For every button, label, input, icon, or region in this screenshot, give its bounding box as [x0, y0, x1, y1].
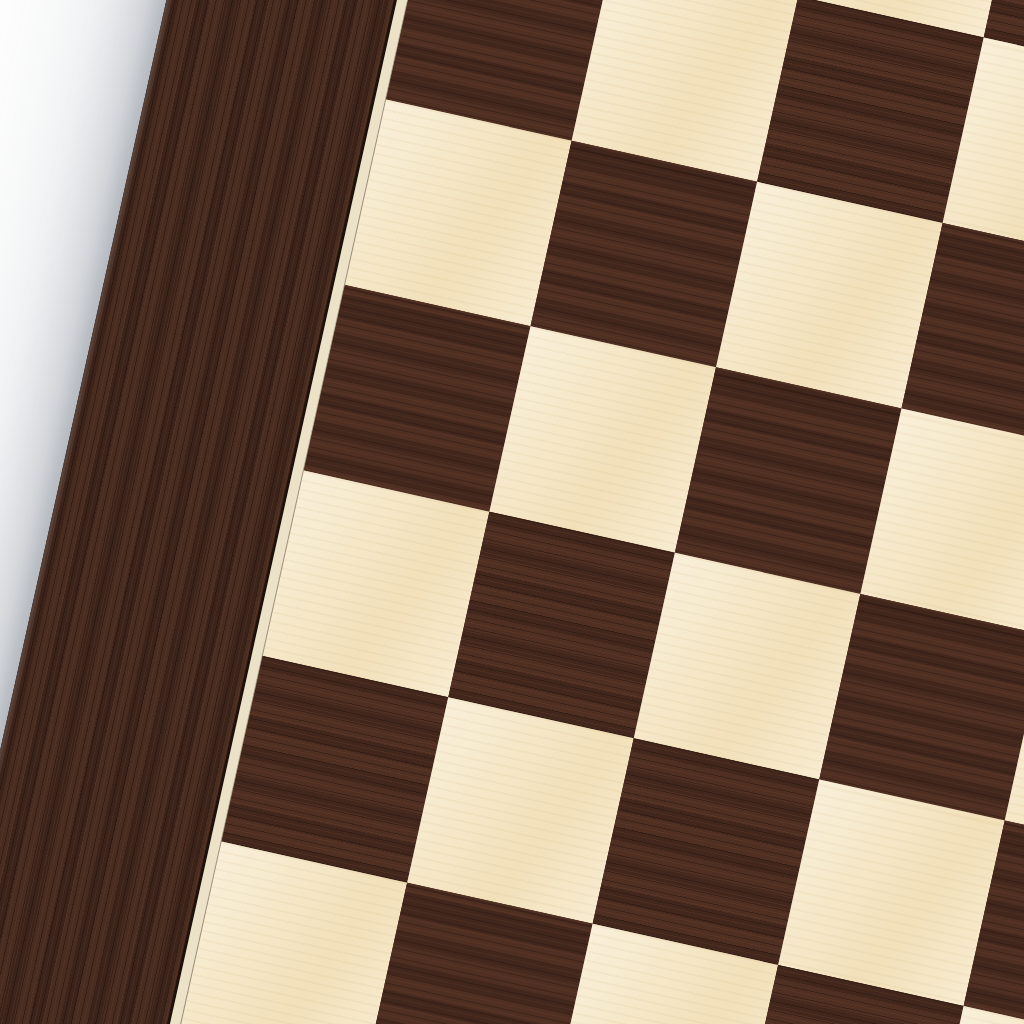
photo-background	[0, 0, 1024, 1024]
chess-board	[0, 0, 1024, 1024]
